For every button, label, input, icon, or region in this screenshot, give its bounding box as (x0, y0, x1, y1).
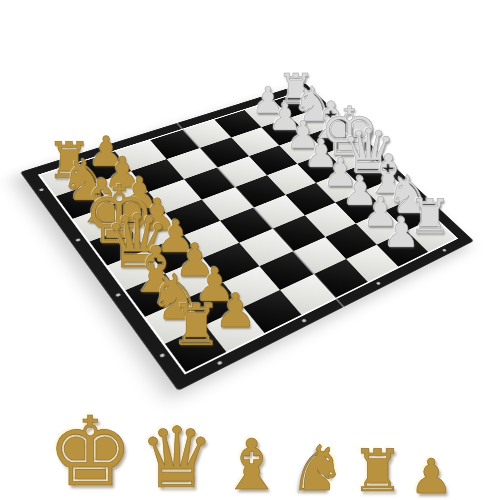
lineup-gold-rook: ♜ (352, 442, 404, 500)
magnet-dot (39, 188, 45, 191)
magnet-dot (115, 293, 121, 297)
magnet-dot (75, 238, 81, 242)
board-grid (40, 92, 455, 372)
board-pinstripe (38, 91, 458, 375)
magnet-dot (376, 281, 381, 285)
gold-piece-lineup: ♚♛♝♞♜♟ (47, 404, 453, 500)
lineup-gold-queen: ♛ (139, 416, 214, 500)
lineup-gold-bishop: ♝ (221, 430, 284, 500)
lineup-gold-knight: ♞ (289, 437, 345, 500)
lineup-gold-king: ♚ (47, 404, 133, 500)
magnet-dot (301, 319, 307, 323)
magnet-dot (442, 249, 447, 253)
chess-board (20, 83, 474, 391)
chess-set-product-photo: ♜♞♝♛♚♝♞♜♟♟♟♟♟♟♟♟♟♟♟♟♟♟♟♟♜♞♝♛♚♝♞♜ ♚♛♝♞♜♟ (0, 0, 500, 500)
magnet-dot (217, 361, 223, 366)
magnet-dot (159, 353, 165, 358)
lineup-gold-pawn: ♟ (410, 452, 453, 500)
